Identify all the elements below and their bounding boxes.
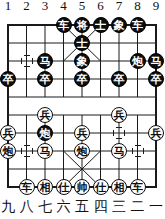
point-marker [113, 127, 125, 139]
board-point: 象 [110, 16, 129, 34]
file-label: 4 [60, 0, 67, 14]
board-point [91, 142, 110, 160]
file-label: 四 [94, 198, 108, 216]
board-point [54, 124, 73, 142]
board-point [54, 160, 73, 178]
board-point [128, 124, 147, 142]
board-point [36, 88, 55, 106]
board-point [147, 88, 165, 106]
xiangqi-board-diagram: 123456789 车将士象车士马象炮马卒卒卒卒卒兵兵兵炮兵兵炮马炮马车相仕帅仕… [0, 0, 165, 219]
file-label: 1 [5, 0, 12, 14]
board-point [147, 16, 165, 34]
file-label: 6 [97, 0, 104, 14]
board-point: 兵 [0, 124, 17, 142]
board-point [110, 34, 129, 52]
board-point: 车 [128, 178, 147, 196]
piece-red-soldier[interactable]: 兵 [148, 125, 164, 141]
board-point [0, 106, 17, 124]
board-point [110, 52, 129, 70]
point-marker [21, 55, 33, 67]
board-point [17, 124, 36, 142]
board-point: 卒 [36, 70, 55, 88]
piece-red-soldier[interactable]: 兵 [37, 107, 53, 123]
board-point: 兵 [36, 106, 55, 124]
board-point [17, 88, 36, 106]
board-point [0, 88, 17, 106]
board-point [128, 34, 147, 52]
board-point: 马 [110, 142, 129, 160]
board-point [147, 160, 165, 178]
board-point [91, 70, 110, 88]
board-point: 卒 [73, 70, 92, 88]
point-marker [132, 145, 144, 157]
board-point: 炮 [73, 142, 92, 160]
board-point [128, 88, 147, 106]
piece-black-elephant[interactable]: 象 [111, 17, 127, 33]
board-point: 炮 [128, 52, 147, 70]
piece-red-advisor[interactable]: 仕 [93, 179, 109, 195]
piece-red-elephant[interactable]: 相 [37, 179, 53, 195]
board-point: 象 [73, 52, 92, 70]
board-point: 马 [36, 142, 55, 160]
board-point: 炮 [0, 142, 17, 160]
file-label: 二 [131, 198, 145, 216]
board-point: 车 [128, 16, 147, 34]
piece-black-soldier[interactable]: 卒 [148, 71, 164, 87]
board-point [17, 142, 36, 160]
board-point [54, 88, 73, 106]
piece-red-chariot[interactable]: 车 [19, 179, 35, 195]
file-label: 8 [134, 0, 141, 14]
file-label: 五 [75, 198, 89, 216]
board-point [128, 160, 147, 178]
file-label: 2 [23, 0, 30, 14]
board-point [17, 106, 36, 124]
board-point [91, 160, 110, 178]
board-point: 卒 [147, 70, 165, 88]
board-point: 兵 [110, 106, 129, 124]
board-point [73, 160, 92, 178]
file-label: 八 [20, 198, 34, 216]
board-point: 马 [147, 52, 165, 70]
file-label: 一 [149, 198, 163, 216]
board-point [91, 88, 110, 106]
file-label: 三 [112, 198, 126, 216]
board-point [73, 88, 92, 106]
board-point [128, 70, 147, 88]
piece-black-soldier[interactable]: 卒 [37, 71, 53, 87]
piece-black-chariot[interactable]: 车 [56, 17, 72, 33]
piece-black-cannon[interactable]: 炮 [130, 53, 146, 69]
board-point [54, 70, 73, 88]
board-point [36, 16, 55, 34]
board-point: 车 [17, 178, 36, 196]
piece-red-horse[interactable]: 马 [37, 143, 53, 159]
board-point [147, 106, 165, 124]
board-point [17, 52, 36, 70]
board-point [147, 178, 165, 196]
board-point: 兵 [147, 124, 165, 142]
file-label: 九 [1, 198, 15, 216]
piece-red-horse[interactable]: 马 [111, 143, 127, 159]
board-point [91, 106, 110, 124]
board-point [54, 106, 73, 124]
piece-black-advisor[interactable]: 士 [74, 35, 90, 51]
board-point [91, 34, 110, 52]
board-point: 士 [73, 34, 92, 52]
board-point: 兵 [73, 124, 92, 142]
piece-black-soldier[interactable]: 卒 [74, 71, 90, 87]
board-point: 仕 [91, 178, 110, 196]
piece-black-soldier[interactable]: 卒 [0, 71, 16, 87]
board: 车将士象车士马象炮马卒卒卒卒卒兵兵兵炮兵兵炮马炮马车相仕帅仕相车 [0, 16, 165, 196]
board-point [17, 16, 36, 34]
point-marker [21, 145, 33, 157]
board-point: 卒 [0, 70, 17, 88]
piece-black-general[interactable]: 将 [74, 17, 90, 33]
piece-red-soldier[interactable]: 兵 [111, 107, 127, 123]
board-point [17, 70, 36, 88]
board-point: 炮 [36, 124, 55, 142]
file-label: 七 [38, 198, 52, 216]
board-point [36, 160, 55, 178]
board-point [91, 124, 110, 142]
board-point: 帅 [73, 178, 92, 196]
board-point [91, 52, 110, 70]
piece-black-elephant[interactable]: 象 [74, 53, 90, 69]
piece-red-cannon[interactable]: 炮 [0, 143, 16, 159]
piece-black-soldier[interactable]: 卒 [111, 71, 127, 87]
board-point [17, 34, 36, 52]
board-point [54, 142, 73, 160]
piece-red-advisor[interactable]: 仕 [56, 179, 72, 195]
board-point: 士 [91, 16, 110, 34]
board-point: 仕 [54, 178, 73, 196]
board-point [73, 106, 92, 124]
board-point [128, 106, 147, 124]
board-point [36, 34, 55, 52]
board-point [0, 160, 17, 178]
piece-red-elephant[interactable]: 相 [111, 179, 127, 195]
file-label: 六 [57, 198, 71, 216]
board-point [54, 34, 73, 52]
board-point [17, 160, 36, 178]
piece-black-horse[interactable]: 马 [148, 53, 164, 69]
file-label: 7 [116, 0, 123, 14]
board-point [54, 52, 73, 70]
board-point [110, 88, 129, 106]
piece-red-soldier[interactable]: 兵 [74, 125, 90, 141]
piece-black-chariot[interactable]: 车 [130, 17, 146, 33]
board-point: 相 [36, 178, 55, 196]
board-point [0, 178, 17, 196]
board-point [0, 16, 17, 34]
piece-red-soldier[interactable]: 兵 [0, 125, 16, 141]
board-point [110, 124, 129, 142]
board-point [147, 142, 165, 160]
piece-black-cannon[interactable]: 炮 [37, 125, 53, 141]
board-point [147, 34, 165, 52]
piece-red-cannon[interactable]: 炮 [74, 143, 90, 159]
piece-black-advisor[interactable]: 士 [93, 17, 109, 33]
piece-red-general[interactable]: 帅 [74, 179, 90, 195]
board-point [110, 160, 129, 178]
board-point: 相 [110, 178, 129, 196]
file-label: 3 [42, 0, 49, 14]
board-point [128, 142, 147, 160]
board-point [0, 34, 17, 52]
piece-black-horse[interactable]: 马 [37, 53, 53, 69]
board-point [0, 52, 17, 70]
board-point: 卒 [110, 70, 129, 88]
board-point: 将 [73, 16, 92, 34]
file-label: 5 [79, 0, 86, 14]
board-point: 车 [54, 16, 73, 34]
piece-red-chariot[interactable]: 车 [130, 179, 146, 195]
board-point: 马 [36, 52, 55, 70]
file-label: 9 [153, 0, 160, 14]
